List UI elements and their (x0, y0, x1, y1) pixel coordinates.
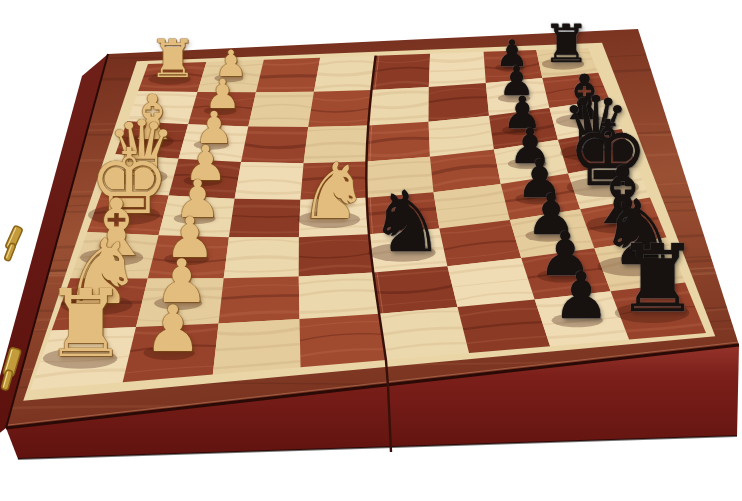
knight-glyph-mirrored: ♞ (298, 152, 368, 230)
piece-white-knight-e4[interactable]: ♞ (298, 152, 368, 230)
piece-black-rook-h8[interactable]: ♜ (616, 232, 699, 325)
piece-white-pawn-h2[interactable]: ♟ (144, 297, 201, 361)
piece-black-knight-f5[interactable]: ♞ (369, 180, 444, 264)
piece-white-rook-h1[interactable]: ♜ (44, 278, 127, 371)
piece-white-rook-a1[interactable]: ♜ (149, 33, 196, 86)
chess-set-photo: ♜♟♜♟♟♟♝♟♝♟♛♟♛♟♚♟♞♚♟♝♟♝♟♞♞♟♞♟♜♟♜♟ (0, 0, 742, 501)
piece-black-pawn-h7[interactable]: ♟ (552, 265, 609, 329)
